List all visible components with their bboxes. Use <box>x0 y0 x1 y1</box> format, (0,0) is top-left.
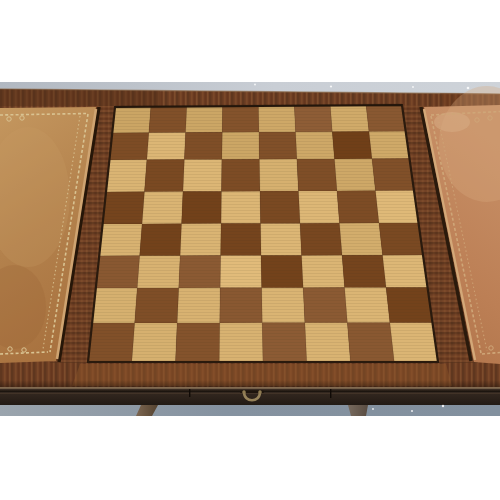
table-apron <box>0 387 500 405</box>
drawer-seam-right <box>330 389 331 398</box>
games-table-photo <box>0 82 500 416</box>
board-grain-overlay <box>88 105 438 362</box>
table-leg-right <box>348 405 368 416</box>
drawer-seam-left <box>189 389 190 397</box>
photo-matte <box>0 0 500 500</box>
